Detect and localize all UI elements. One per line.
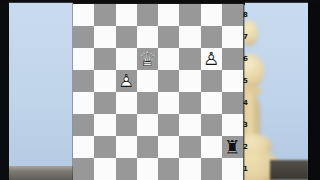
square-d6: ♛♕	[137, 48, 158, 70]
frame-right-bar	[308, 0, 320, 180]
square-h8	[222, 4, 243, 26]
square-f8	[179, 4, 200, 26]
video-frame: ♛♕♟♙♟♙♜ 87654321	[0, 0, 320, 180]
rank-label-4: 4	[243, 92, 253, 114]
square-b1	[94, 158, 115, 180]
rank-label-3: 3	[243, 114, 253, 136]
square-b6	[94, 48, 115, 70]
rank-labels: 87654321	[243, 4, 253, 180]
square-a4	[73, 92, 94, 114]
square-d2	[137, 136, 158, 158]
square-c1	[116, 158, 137, 180]
square-f3	[179, 114, 200, 136]
rank-label-2: 2	[243, 136, 253, 158]
square-a7	[73, 26, 94, 48]
square-a5	[73, 70, 94, 92]
square-f4	[179, 92, 200, 114]
square-d4	[137, 92, 158, 114]
white-queen: ♕	[137, 48, 158, 70]
table-surface	[9, 166, 73, 180]
square-g1	[201, 158, 222, 180]
square-g3	[201, 114, 222, 136]
square-e1	[158, 158, 179, 180]
chess-board: ♛♕♟♙♟♙♜	[73, 4, 244, 180]
square-d8	[137, 4, 158, 26]
square-a8	[73, 4, 94, 26]
square-e2	[158, 136, 179, 158]
square-a6	[73, 48, 94, 70]
square-c8	[116, 4, 137, 26]
square-c4	[116, 92, 137, 114]
background-left-panel	[9, 2, 73, 180]
white-pawn: ♙	[116, 70, 137, 92]
square-a1	[73, 158, 94, 180]
rank-label-8: 8	[243, 4, 253, 26]
square-e7	[158, 26, 179, 48]
rank-label-5: 5	[243, 70, 253, 92]
square-g2	[201, 136, 222, 158]
square-a3	[73, 114, 94, 136]
square-f6	[179, 48, 200, 70]
square-h3	[222, 114, 243, 136]
square-e3	[158, 114, 179, 136]
square-d7	[137, 26, 158, 48]
square-a2	[73, 136, 94, 158]
square-b4	[94, 92, 115, 114]
frame-left-bar	[0, 0, 9, 180]
square-b3	[94, 114, 115, 136]
square-c3	[116, 114, 137, 136]
square-c5: ♟♙	[116, 70, 137, 92]
square-g6: ♟♙	[201, 48, 222, 70]
white-pawn: ♙	[201, 48, 222, 70]
square-e6	[158, 48, 179, 70]
square-d3	[137, 114, 158, 136]
square-h2: ♜	[222, 136, 243, 158]
square-d1	[137, 158, 158, 180]
square-h4	[222, 92, 243, 114]
table-shadow-right	[270, 160, 309, 180]
square-b2	[94, 136, 115, 158]
square-b8	[94, 4, 115, 26]
square-f5	[179, 70, 200, 92]
black-rook: ♜	[222, 136, 243, 158]
square-h1	[222, 158, 243, 180]
square-f2	[179, 136, 200, 158]
square-h5	[222, 70, 243, 92]
square-c2	[116, 136, 137, 158]
square-e4	[158, 92, 179, 114]
square-b5	[94, 70, 115, 92]
square-c7	[116, 26, 137, 48]
square-g7	[201, 26, 222, 48]
square-d5	[137, 70, 158, 92]
square-e8	[158, 4, 179, 26]
square-b7	[94, 26, 115, 48]
square-f1	[179, 158, 200, 180]
rank-label-6: 6	[243, 48, 253, 70]
square-h7	[222, 26, 243, 48]
square-e5	[158, 70, 179, 92]
square-g8	[201, 4, 222, 26]
rank-label-1: 1	[243, 158, 253, 180]
square-c6	[116, 48, 137, 70]
square-g5	[201, 70, 222, 92]
square-h6	[222, 48, 243, 70]
rank-label-7: 7	[243, 26, 253, 48]
square-g4	[201, 92, 222, 114]
square-f7	[179, 26, 200, 48]
